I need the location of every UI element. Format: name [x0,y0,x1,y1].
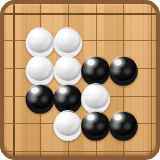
grid-line-vertical [13,0,15,160]
gomoku-board[interactable]: ●●●●●●●●●●●● [0,0,160,160]
grid-line-horizontal [0,13,160,15]
stone-black[interactable]: ● [26,82,54,110]
grid-line-horizontal [0,151,160,152]
stone-black[interactable]: ● [109,109,137,137]
stone-black[interactable]: ● [82,109,110,137]
grid-line-vertical [151,0,152,160]
stone-white[interactable]: ● [54,109,82,137]
stone-black[interactable]: ● [109,54,137,82]
